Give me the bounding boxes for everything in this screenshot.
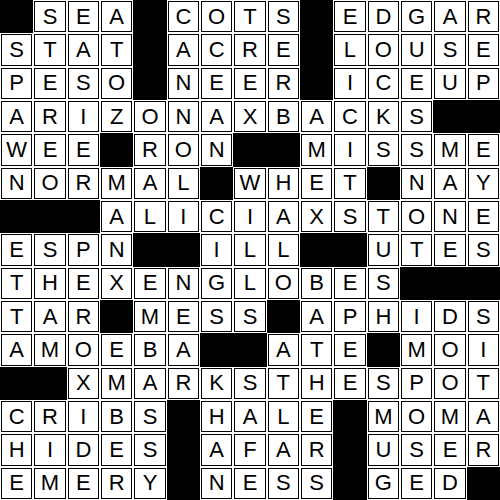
cell-letter: A — [143, 172, 158, 194]
grid-cell[interactable]: L — [267, 400, 300, 433]
cell-letter: L — [177, 172, 189, 194]
grid-cell[interactable]: S — [367, 367, 400, 400]
grid-cell[interactable]: A — [200, 100, 233, 133]
grid-cell[interactable]: E — [100, 433, 133, 466]
cell-frame: T — [334, 168, 365, 199]
grid-cell[interactable]: S — [367, 267, 400, 300]
cell-frame: H — [1, 434, 32, 465]
grid-cell[interactable]: N — [0, 167, 33, 200]
grid-cell[interactable]: M — [433, 400, 466, 433]
grid-cell[interactable]: A — [167, 33, 200, 66]
grid-cell[interactable]: B — [267, 100, 300, 133]
grid-cell[interactable]: I — [400, 300, 433, 333]
cell-letter: S — [476, 306, 491, 328]
cell-frame: S — [468, 234, 499, 265]
grid-cell[interactable]: R — [467, 433, 500, 466]
grid-cell[interactable]: C — [367, 67, 400, 100]
grid-cell[interactable]: M — [300, 133, 333, 166]
grid-cell[interactable]: I — [200, 233, 233, 266]
cell-letter: N — [9, 172, 25, 194]
grid-cell[interactable]: A — [0, 100, 33, 133]
grid-cell[interactable]: P — [0, 67, 33, 100]
cell-letter: I — [180, 206, 186, 228]
grid-cell[interactable]: A — [233, 400, 266, 433]
grid-cell[interactable]: E — [67, 467, 100, 500]
cell-letter: F — [243, 439, 256, 461]
grid-cell[interactable]: E — [333, 0, 366, 33]
cell-frame: S — [401, 434, 432, 465]
grid-cell[interactable]: Y — [467, 167, 500, 200]
grid-cell[interactable]: N — [433, 200, 466, 233]
grid-cell[interactable]: H — [267, 167, 300, 200]
grid-cell[interactable]: S — [400, 133, 433, 166]
grid-cell[interactable]: T — [0, 267, 33, 300]
cell-letter: S — [43, 6, 58, 28]
grid-cell[interactable]: S — [33, 233, 66, 266]
grid-cell[interactable]: A — [267, 200, 300, 233]
cell-frame: U — [401, 34, 432, 65]
grid-cell[interactable]: I — [333, 133, 366, 166]
grid-cell[interactable]: S — [133, 433, 166, 466]
grid-cell[interactable]: S — [200, 300, 233, 333]
grid-cell[interactable]: H — [33, 267, 66, 300]
cell-frame: O — [434, 368, 465, 399]
cell-frame: S — [234, 368, 265, 399]
cell-frame: P — [334, 301, 365, 332]
grid-cell[interactable]: C — [200, 33, 233, 66]
grid-cell[interactable]: T — [300, 333, 333, 366]
cell-frame: E — [234, 468, 265, 499]
grid-cell[interactable]: K — [367, 100, 400, 133]
grid-cell[interactable]: A — [200, 433, 233, 466]
grid-cell[interactable]: P — [400, 367, 433, 400]
block-cell — [433, 100, 466, 133]
grid-cell[interactable]: I — [67, 100, 100, 133]
grid-cell[interactable]: E — [300, 167, 333, 200]
grid-cell[interactable]: N — [167, 267, 200, 300]
grid-cell[interactable]: A — [133, 167, 166, 200]
grid-cell[interactable]: E — [0, 233, 33, 266]
grid-cell[interactable]: U — [400, 33, 433, 66]
grid-cell[interactable]: T — [100, 33, 133, 66]
grid-cell[interactable]: T — [0, 300, 33, 333]
grid-cell[interactable]: N — [200, 133, 233, 166]
grid-cell[interactable]: R — [133, 133, 166, 166]
grid-cell[interactable]: H — [367, 300, 400, 333]
grid-cell[interactable]: N — [400, 167, 433, 200]
cell-frame: O — [368, 34, 399, 65]
grid-cell[interactable]: O — [433, 333, 466, 366]
cell-frame: T — [301, 334, 332, 365]
cell-frame: T — [101, 34, 132, 65]
grid-cell[interactable]: O — [200, 0, 233, 33]
grid-cell[interactable]: S — [133, 400, 166, 433]
grid-cell[interactable]: P — [467, 67, 500, 100]
grid-cell[interactable]: Z — [100, 100, 133, 133]
grid-cell[interactable]: S — [367, 133, 400, 166]
grid-cell[interactable]: M — [367, 400, 400, 433]
cell-letter: S — [276, 6, 291, 28]
cell-letter: E — [276, 39, 291, 61]
cell-frame: S — [334, 201, 365, 232]
grid-cell[interactable]: T — [267, 367, 300, 400]
cell-frame: E — [334, 368, 365, 399]
grid-cell[interactable]: A — [300, 300, 333, 333]
cell-letter: L — [277, 406, 289, 428]
cell-frame: A — [101, 201, 132, 232]
grid-cell[interactable]: A — [133, 367, 166, 400]
grid-cell[interactable]: Y — [133, 467, 166, 500]
grid-cell[interactable]: A — [167, 333, 200, 366]
cell-frame: S — [201, 301, 232, 332]
cell-frame: X — [301, 201, 332, 232]
grid-cell[interactable]: A — [300, 100, 333, 133]
grid-cell[interactable]: E — [33, 133, 66, 166]
grid-cell[interactable]: O — [400, 400, 433, 433]
grid-cell[interactable]: E — [0, 467, 33, 500]
grid-cell[interactable]: T — [333, 167, 366, 200]
grid-cell[interactable]: R — [167, 367, 200, 400]
cell-letter: T — [43, 39, 56, 61]
block-cell — [267, 300, 300, 333]
grid-cell[interactable]: S — [333, 200, 366, 233]
cell-letter: T — [477, 372, 490, 394]
cell-letter: L — [144, 206, 156, 228]
grid-cell[interactable]: A — [67, 33, 100, 66]
cell-frame: I — [334, 134, 365, 165]
grid-cell[interactable]: A — [33, 300, 66, 333]
grid-cell[interactable]: R — [33, 400, 66, 433]
cell-letter: I — [47, 439, 53, 461]
grid-cell[interactable]: X — [233, 100, 266, 133]
grid-cell[interactable]: E — [400, 67, 433, 100]
cell-letter: N — [442, 206, 458, 228]
grid-cell[interactable]: A — [433, 167, 466, 200]
grid-cell[interactable]: O — [167, 133, 200, 166]
grid-cell[interactable]: L — [167, 167, 200, 200]
grid-cell[interactable]: C — [333, 100, 366, 133]
cell-letter: A — [209, 439, 224, 461]
grid-cell[interactable]: B — [100, 400, 133, 433]
grid-cell[interactable]: A — [267, 333, 300, 366]
cell-letter: E — [343, 6, 358, 28]
grid-cell[interactable]: S — [267, 467, 300, 500]
cell-frame: S — [234, 301, 265, 332]
grid-cell[interactable]: L — [133, 200, 166, 233]
cell-frame: M — [434, 134, 465, 165]
grid-cell[interactable]: O — [33, 167, 66, 200]
cell-letter: E — [309, 406, 324, 428]
cell-letter: P — [476, 72, 491, 94]
grid-cell[interactable]: D — [433, 467, 466, 500]
grid-cell[interactable]: E — [467, 133, 500, 166]
cell-frame: U — [368, 234, 399, 265]
grid-cell[interactable]: L — [333, 33, 366, 66]
grid-cell[interactable]: E — [433, 433, 466, 466]
grid-cell[interactable]: O — [367, 33, 400, 66]
grid-cell[interactable]: M — [400, 333, 433, 366]
grid-cell[interactable]: S — [233, 367, 266, 400]
grid-cell[interactable]: E — [133, 267, 166, 300]
grid-cell[interactable]: I — [33, 433, 66, 466]
grid-cell[interactable]: S — [400, 100, 433, 133]
grid-cell[interactable]: R — [233, 33, 266, 66]
grid-cell[interactable]: E — [433, 233, 466, 266]
grid-cell[interactable]: D — [367, 0, 400, 33]
grid-cell[interactable]: E — [467, 200, 500, 233]
grid-cell[interactable]: C — [0, 400, 33, 433]
grid-cell[interactable]: G — [367, 467, 400, 500]
grid-cell[interactable]: O — [267, 267, 300, 300]
grid-cell[interactable]: C — [167, 0, 200, 33]
cell-letter: X — [309, 206, 324, 228]
grid-cell[interactable]: O — [100, 67, 133, 100]
cell-letter: R — [175, 372, 191, 394]
grid-cell[interactable]: M — [33, 333, 66, 366]
grid-cell[interactable]: W — [0, 133, 33, 166]
grid-cell[interactable]: E — [167, 300, 200, 333]
grid-cell[interactable]: E — [400, 467, 433, 500]
grid-cell[interactable]: H — [300, 367, 333, 400]
cell-frame: D — [368, 1, 399, 32]
cell-frame: A — [268, 434, 299, 465]
grid-cell[interactable]: O — [67, 333, 100, 366]
cell-frame: C — [168, 1, 199, 32]
cell-letter: N — [175, 272, 191, 294]
grid-cell[interactable]: A — [433, 0, 466, 33]
cell-frame: B — [134, 334, 165, 365]
grid-cell[interactable]: E — [67, 133, 100, 166]
block-cell — [333, 400, 366, 433]
grid-cell[interactable]: M — [133, 300, 166, 333]
grid-cell[interactable]: E — [100, 333, 133, 366]
cell-letter: A — [209, 106, 224, 128]
grid-cell[interactable]: N — [100, 233, 133, 266]
cell-frame: H — [368, 301, 399, 332]
cell-letter: B — [143, 339, 158, 361]
cell-frame: T — [401, 234, 432, 265]
cell-frame: R — [101, 468, 132, 499]
cell-frame: I — [201, 234, 232, 265]
grid-cell[interactable]: N — [167, 67, 200, 100]
cell-frame: R — [68, 301, 99, 332]
cell-letter: E — [9, 239, 24, 261]
cell-letter: Z — [110, 106, 123, 128]
grid-cell[interactable]: S — [400, 433, 433, 466]
cell-letter: O — [108, 72, 125, 94]
grid-cell[interactable]: T — [33, 33, 66, 66]
cell-letter: S — [76, 72, 91, 94]
cell-letter: L — [344, 39, 356, 61]
cell-frame: N — [401, 168, 432, 199]
cell-frame: T — [34, 34, 65, 65]
cell-frame: E — [1, 468, 32, 499]
block-cell — [167, 233, 200, 266]
grid-cell[interactable]: D — [67, 433, 100, 466]
grid-cell[interactable]: R — [100, 467, 133, 500]
grid-cell[interactable]: I — [333, 67, 366, 100]
cell-letter: T — [377, 206, 390, 228]
block-cell — [367, 333, 400, 366]
grid-cell[interactable]: D — [433, 300, 466, 333]
cell-letter: C — [209, 206, 225, 228]
grid-cell[interactable]: S — [267, 0, 300, 33]
grid-cell[interactable]: W — [233, 167, 266, 200]
cell-letter: B — [276, 106, 291, 128]
grid-cell[interactable]: R — [467, 0, 500, 33]
grid-cell[interactable]: R — [33, 100, 66, 133]
grid-cell[interactable]: G — [400, 0, 433, 33]
grid-cell[interactable]: I — [167, 200, 200, 233]
cell-letter: T — [243, 6, 256, 28]
grid-cell[interactable]: L — [233, 267, 266, 300]
cell-letter: E — [43, 139, 58, 161]
cell-frame: S — [134, 434, 165, 465]
cell-frame: E — [401, 468, 432, 499]
cell-letter: I — [214, 239, 220, 261]
cell-letter: N — [175, 72, 191, 94]
cell-frame: R — [468, 434, 499, 465]
grid-cell[interactable]: A — [0, 333, 33, 366]
cell-letter: C — [375, 72, 391, 94]
grid-cell[interactable]: E — [233, 467, 266, 500]
grid-cell[interactable]: A — [100, 0, 133, 33]
grid-cell[interactable]: R — [67, 167, 100, 200]
cell-frame: A — [268, 334, 299, 365]
block-cell — [333, 467, 366, 500]
cell-letter: T — [343, 172, 356, 194]
cell-letter: X — [243, 106, 258, 128]
grid-cell[interactable]: E — [333, 367, 366, 400]
cell-frame: M — [34, 334, 65, 365]
grid-cell[interactable]: A — [267, 433, 300, 466]
grid-cell[interactable]: T — [467, 367, 500, 400]
grid-cell[interactable]: X — [67, 367, 100, 400]
grid-cell[interactable]: H — [0, 433, 33, 466]
grid-cell[interactable]: M — [100, 367, 133, 400]
grid-cell[interactable]: G — [200, 267, 233, 300]
grid-cell[interactable]: H — [200, 400, 233, 433]
cell-letter: T — [277, 372, 290, 394]
grid-cell[interactable]: T — [233, 0, 266, 33]
cell-letter: H — [275, 172, 291, 194]
cell-letter: G — [375, 472, 392, 494]
grid-cell[interactable]: T — [400, 233, 433, 266]
grid-cell[interactable]: S — [0, 33, 33, 66]
cell-frame: A — [1, 334, 32, 365]
cell-frame: A — [134, 168, 165, 199]
grid-cell[interactable]: U — [433, 67, 466, 100]
cell-frame: Y — [134, 468, 165, 499]
grid-cell[interactable]: I — [67, 400, 100, 433]
cell-frame: H — [301, 368, 332, 399]
block-cell — [0, 0, 33, 33]
grid-cell[interactable]: P — [67, 233, 100, 266]
cell-letter: S — [143, 406, 158, 428]
cell-letter: E — [76, 472, 91, 494]
grid-cell[interactable]: M — [100, 167, 133, 200]
grid-cell[interactable]: E — [333, 267, 366, 300]
grid-cell[interactable]: M — [433, 133, 466, 166]
grid-cell[interactable]: B — [300, 267, 333, 300]
grid-cell[interactable]: U — [367, 433, 400, 466]
grid-cell[interactable]: R — [267, 67, 300, 100]
grid-cell[interactable]: I — [233, 200, 266, 233]
cell-frame: N — [168, 68, 199, 99]
grid-cell[interactable]: E — [267, 33, 300, 66]
grid-cell[interactable]: S — [33, 0, 66, 33]
cell-letter: R — [475, 6, 491, 28]
grid-cell[interactable]: L — [267, 233, 300, 266]
cell-frame: S — [434, 34, 465, 65]
cell-frame: I — [234, 201, 265, 232]
cell-letter: T — [10, 272, 23, 294]
block-cell — [467, 267, 500, 300]
grid-cell[interactable]: P — [333, 300, 366, 333]
grid-cell[interactable]: S — [467, 233, 500, 266]
cell-frame: S — [1, 34, 32, 65]
cell-letter: A — [109, 206, 124, 228]
grid-cell[interactable]: S — [467, 300, 500, 333]
grid-cell[interactable]: I — [467, 333, 500, 366]
cell-letter: E — [443, 239, 458, 261]
grid-cell[interactable]: N — [167, 100, 200, 133]
grid-cell[interactable]: S — [300, 467, 333, 500]
cell-frame: E — [468, 134, 499, 165]
grid-cell[interactable]: T — [367, 200, 400, 233]
cell-letter: G — [208, 272, 225, 294]
grid-cell[interactable]: F — [233, 433, 266, 466]
grid-cell[interactable]: B — [133, 333, 166, 366]
cell-frame: E — [68, 268, 99, 299]
grid-cell[interactable]: R — [300, 433, 333, 466]
grid-cell[interactable]: E — [67, 0, 100, 33]
grid-cell[interactable]: E — [233, 67, 266, 100]
grid-cell[interactable]: S — [233, 300, 266, 333]
cell-letter: E — [443, 439, 458, 461]
grid-cell[interactable]: E — [333, 333, 366, 366]
grid-cell[interactable]: S — [433, 33, 466, 66]
grid-cell[interactable]: C — [200, 200, 233, 233]
cell-letter: T — [10, 306, 23, 328]
grid-cell[interactable]: X — [300, 200, 333, 233]
grid-cell[interactable]: O — [400, 200, 433, 233]
grid-cell[interactable]: E — [67, 267, 100, 300]
grid-cell[interactable]: N — [200, 467, 233, 500]
cell-frame: T — [468, 368, 499, 399]
grid-cell[interactable]: A — [100, 200, 133, 233]
cell-letter: M — [41, 339, 59, 361]
grid-cell[interactable]: U — [367, 233, 400, 266]
grid-cell[interactable]: M — [33, 467, 66, 500]
grid-cell[interactable]: A — [467, 400, 500, 433]
grid-cell[interactable]: S — [67, 67, 100, 100]
grid-cell[interactable]: X — [100, 267, 133, 300]
grid-cell[interactable]: K — [200, 367, 233, 400]
grid-cell[interactable]: E — [300, 400, 333, 433]
grid-cell[interactable]: R — [67, 300, 100, 333]
grid-cell[interactable]: L — [233, 233, 266, 266]
grid-cell[interactable]: E — [33, 67, 66, 100]
cell-frame: T — [1, 301, 32, 332]
cell-letter: R — [75, 172, 91, 194]
cell-letter: O — [441, 372, 458, 394]
grid-cell[interactable]: O — [433, 367, 466, 400]
grid-cell[interactable]: E — [467, 33, 500, 66]
grid-cell[interactable]: O — [133, 100, 166, 133]
grid-cell[interactable]: E — [200, 67, 233, 100]
cell-letter: O — [408, 206, 425, 228]
